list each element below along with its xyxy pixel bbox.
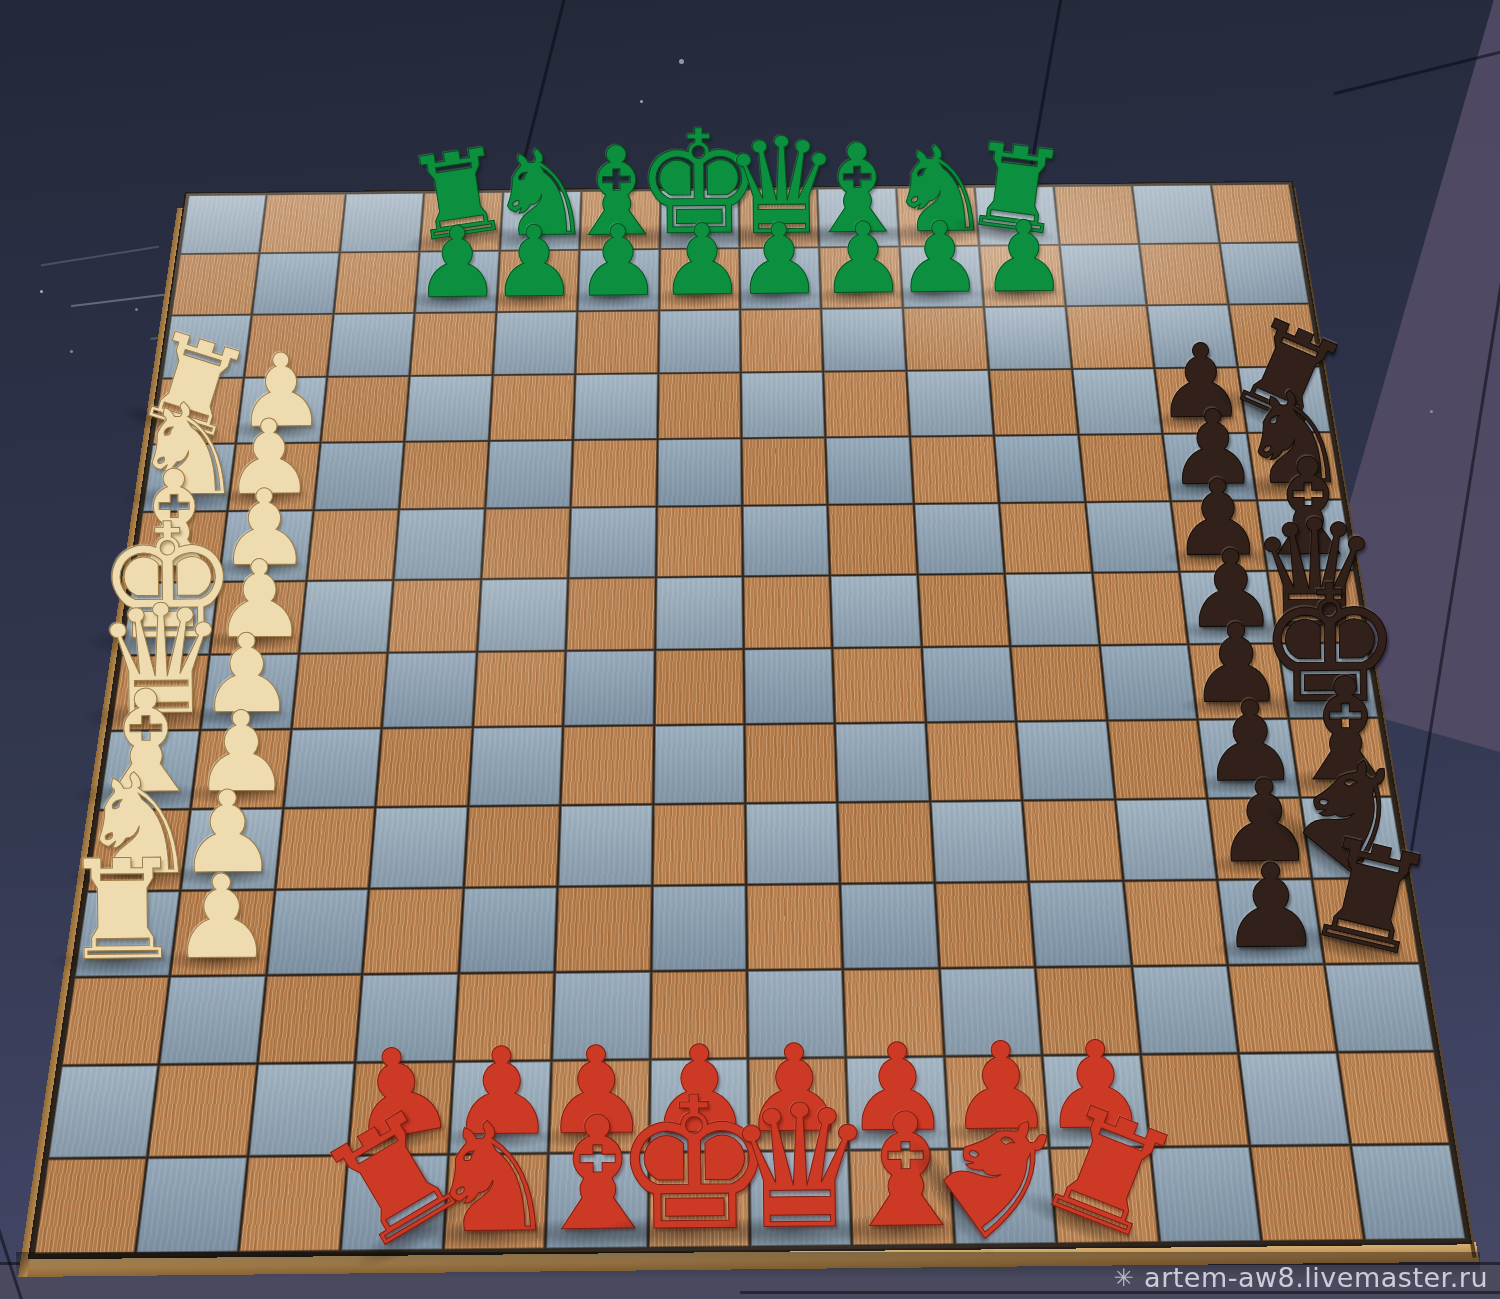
watermark-text: artem-aw8.livemaster.ru xyxy=(1144,1262,1488,1293)
board-square[interactable] xyxy=(574,374,657,439)
board-square[interactable] xyxy=(741,309,823,372)
board-square[interactable] xyxy=(482,508,570,578)
board-square[interactable] xyxy=(469,727,562,805)
board-square[interactable] xyxy=(657,439,741,506)
board-square[interactable] xyxy=(1338,1052,1449,1143)
board-square[interactable] xyxy=(572,440,657,507)
board-square[interactable] xyxy=(1030,882,1131,966)
board-square[interactable] xyxy=(931,801,1028,882)
board-square[interactable] xyxy=(1066,306,1153,369)
board-square[interactable] xyxy=(656,577,743,649)
board-square[interactable] xyxy=(827,437,913,504)
board-square[interactable] xyxy=(1006,573,1099,645)
board-square[interactable] xyxy=(567,578,655,650)
piece-cream-pawn[interactable]: ♟ xyxy=(170,859,275,975)
board-square[interactable] xyxy=(745,724,836,802)
board-square[interactable] xyxy=(655,650,744,725)
board-square[interactable] xyxy=(927,723,1022,801)
board-square[interactable] xyxy=(985,307,1071,370)
board-square[interactable] xyxy=(493,312,576,375)
board-square[interactable] xyxy=(460,888,557,972)
board-square[interactable] xyxy=(576,311,658,374)
watermark: ✳ artem-aw8.livemaster.ru xyxy=(1113,1262,1488,1293)
board-square[interactable] xyxy=(377,728,472,806)
board-square[interactable] xyxy=(1212,184,1299,243)
board-square[interactable] xyxy=(172,254,259,315)
board-square[interactable] xyxy=(907,371,993,436)
board-square[interactable] xyxy=(922,647,1015,722)
board-square[interactable] xyxy=(284,729,381,807)
board-square[interactable] xyxy=(35,1158,147,1254)
board-square[interactable] xyxy=(995,435,1084,502)
board-square[interactable] xyxy=(747,885,842,969)
board-square[interactable] xyxy=(307,510,398,580)
board-square[interactable] xyxy=(1011,646,1106,721)
board-square[interactable] xyxy=(383,653,476,728)
board-square[interactable] xyxy=(300,580,393,652)
board-square[interactable] xyxy=(564,651,654,726)
board-square[interactable] xyxy=(556,887,651,971)
board-square[interactable] xyxy=(181,195,267,254)
board-square[interactable] xyxy=(490,375,575,440)
board-square[interactable] xyxy=(834,648,925,723)
board-square[interactable] xyxy=(744,576,832,648)
board-square[interactable] xyxy=(742,372,825,437)
board-square[interactable] xyxy=(395,509,485,579)
board-square[interactable] xyxy=(746,803,839,884)
board-square[interactable] xyxy=(314,442,403,509)
board-square[interactable] xyxy=(1024,800,1123,881)
board-square[interactable] xyxy=(253,253,339,314)
board-square[interactable] xyxy=(1229,965,1336,1053)
board-square[interactable] xyxy=(321,377,409,442)
board-square[interactable] xyxy=(652,886,746,970)
board-square[interactable] xyxy=(49,1066,158,1158)
board-square[interactable] xyxy=(831,575,921,647)
board-square[interactable] xyxy=(1251,1145,1363,1240)
board-square[interactable] xyxy=(464,806,559,887)
board-square[interactable] xyxy=(936,883,1035,967)
board-square[interactable] xyxy=(1133,185,1218,244)
board-square[interactable] xyxy=(911,436,999,503)
scene: ♜♞♝♚♛♝♞♜♟♟♟♟♟♟♟♟♜♟♟♜♞♟♟♞♝♟♟♝♚♟♟♛♛♟♟♚♝♟♟♝… xyxy=(0,0,1500,1299)
board-square[interactable] xyxy=(659,310,740,373)
board-square[interactable] xyxy=(743,506,829,576)
photo-four-player-chess: ♜♞♝♚♛♝♞♜♟♟♟♟♟♟♟♟♜♟♟♜♞♟♟♞♝♟♟♝♚♟♟♛♛♟♟♚♝♟♟♝… xyxy=(0,0,1500,1299)
board-square[interactable] xyxy=(1140,244,1227,305)
board-square[interactable] xyxy=(569,507,655,577)
board-square[interactable] xyxy=(836,724,929,802)
board-square[interactable] xyxy=(1060,245,1146,306)
board-square[interactable] xyxy=(990,370,1078,435)
board-square[interactable] xyxy=(1240,1053,1349,1144)
board-square[interactable] xyxy=(261,194,345,253)
board-square[interactable] xyxy=(841,884,938,968)
board-square[interactable] xyxy=(400,441,488,508)
board-square[interactable] xyxy=(267,890,368,974)
board-square[interactable] xyxy=(328,314,414,377)
board-square[interactable] xyxy=(839,802,934,883)
board-square[interactable] xyxy=(62,977,169,1065)
board-square[interactable] xyxy=(654,725,745,803)
board-square[interactable] xyxy=(918,574,1009,646)
board-square[interactable] xyxy=(1000,503,1091,573)
board-square[interactable] xyxy=(742,438,827,505)
board-square[interactable] xyxy=(478,579,568,651)
piece-green-pawn[interactable]: ♟ xyxy=(980,208,1069,307)
board-square[interactable] xyxy=(370,807,467,888)
board-square[interactable] xyxy=(1017,722,1114,800)
board-square[interactable] xyxy=(658,373,741,438)
snowflake-icon: ✳ xyxy=(1113,1264,1134,1292)
board-square[interactable] xyxy=(389,580,480,652)
board-square[interactable] xyxy=(276,808,375,889)
board-square[interactable] xyxy=(745,649,835,724)
board-square[interactable] xyxy=(473,652,564,727)
board-square[interactable] xyxy=(411,313,496,376)
board-square[interactable] xyxy=(656,507,742,577)
board-square[interactable] xyxy=(292,653,387,728)
board-square[interactable] xyxy=(653,804,745,885)
board-square[interactable] xyxy=(822,308,905,371)
board-square[interactable] xyxy=(149,1065,256,1157)
board-square[interactable] xyxy=(1351,1144,1465,1239)
board-square[interactable] xyxy=(561,726,653,804)
board-square[interactable] xyxy=(405,376,491,441)
board-square[interactable] xyxy=(904,308,989,371)
board-square[interactable] xyxy=(829,505,917,575)
board-square[interactable] xyxy=(363,889,462,973)
board-square[interactable] xyxy=(486,440,572,507)
board-square[interactable] xyxy=(137,1157,247,1253)
board-square[interactable] xyxy=(824,372,909,437)
board-square[interactable] xyxy=(160,976,265,1064)
board-square[interactable] xyxy=(559,805,652,886)
board-square[interactable] xyxy=(915,504,1004,574)
